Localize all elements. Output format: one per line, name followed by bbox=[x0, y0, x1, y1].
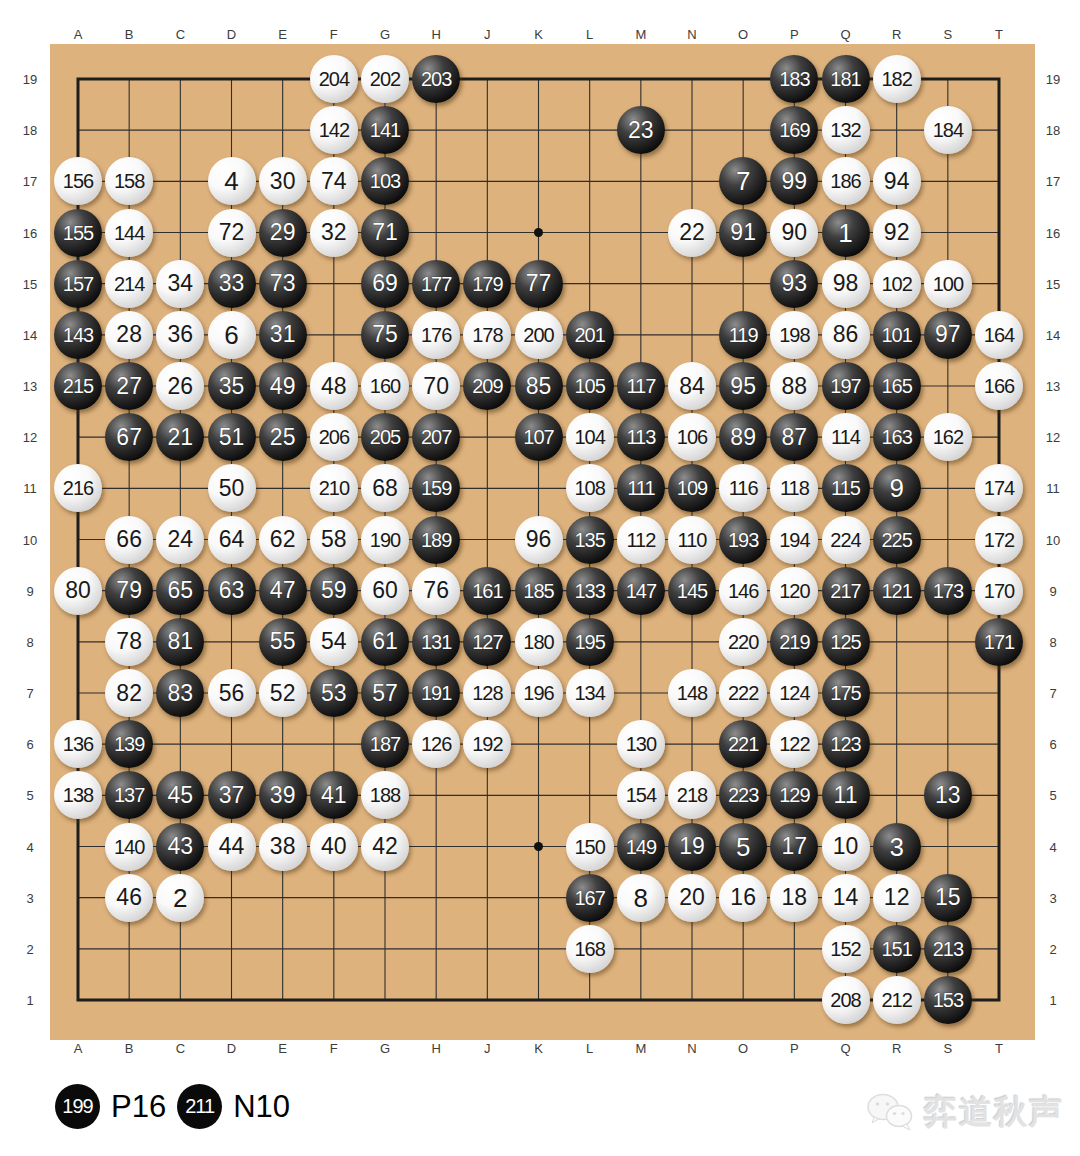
watermark: 弈道秋声 bbox=[864, 1090, 1064, 1135]
move-number: 154 bbox=[626, 785, 656, 805]
stone-L14: 201 bbox=[566, 311, 614, 359]
move-number: 110 bbox=[678, 530, 707, 550]
stone-S15: 100 bbox=[924, 260, 972, 308]
move-number: 67 bbox=[116, 426, 142, 449]
coord-bottom-H: H bbox=[431, 1041, 440, 1056]
stone-L7: 134 bbox=[566, 669, 614, 717]
move-number: 22 bbox=[679, 221, 705, 244]
stone-H19: 203 bbox=[412, 55, 460, 103]
move-number: 183 bbox=[779, 69, 809, 89]
move-number: 160 bbox=[370, 376, 400, 396]
move-number: 106 bbox=[677, 427, 707, 447]
stone-O10: 193 bbox=[719, 516, 767, 564]
coord-left-12: 12 bbox=[23, 430, 37, 445]
caption-stone-199: 199 bbox=[55, 1084, 100, 1129]
move-number: 20 bbox=[679, 886, 705, 909]
move-number: 137 bbox=[114, 785, 144, 805]
caption-point-label: P16 bbox=[111, 1089, 166, 1125]
stone-S14: 97 bbox=[924, 311, 972, 359]
stone-L9: 133 bbox=[566, 567, 614, 615]
stone-S2: 213 bbox=[924, 925, 972, 973]
coord-top-A: A bbox=[74, 27, 83, 42]
move-number: 31 bbox=[270, 323, 296, 346]
move-number: 169 bbox=[779, 120, 809, 140]
stone-Q10: 224 bbox=[822, 516, 870, 564]
stone-O14: 119 bbox=[719, 311, 767, 359]
coord-top-F: F bbox=[330, 27, 338, 42]
coord-top-C: C bbox=[176, 27, 185, 42]
coord-left-16: 16 bbox=[23, 225, 37, 240]
move-number: 30 bbox=[270, 170, 296, 193]
move-number: 45 bbox=[168, 784, 194, 807]
move-number: 38 bbox=[270, 835, 296, 858]
stone-Q19: 181 bbox=[822, 55, 870, 103]
stone-O13: 95 bbox=[719, 362, 767, 410]
stone-F11: 210 bbox=[310, 464, 358, 512]
move-number: 223 bbox=[728, 785, 758, 805]
stone-R12: 163 bbox=[873, 413, 921, 461]
stone-R11: 9 bbox=[873, 464, 921, 512]
move-number: 91 bbox=[730, 221, 756, 244]
move-number: 36 bbox=[168, 323, 194, 346]
move-number: 129 bbox=[779, 785, 809, 805]
stone-Q9: 217 bbox=[822, 567, 870, 615]
stone-E5: 39 bbox=[259, 771, 307, 819]
coord-right-1: 1 bbox=[1049, 993, 1056, 1008]
stone-F8: 54 bbox=[310, 618, 358, 666]
stone-B14: 28 bbox=[105, 311, 153, 359]
stone-L4: 150 bbox=[566, 823, 614, 871]
move-number: 206 bbox=[319, 427, 349, 447]
move-number: 25 bbox=[270, 426, 296, 449]
stone-G19: 202 bbox=[361, 55, 409, 103]
stone-E16: 29 bbox=[259, 209, 307, 257]
stone-R3: 12 bbox=[873, 874, 921, 922]
stone-T9: 170 bbox=[975, 567, 1023, 615]
stone-D5: 37 bbox=[208, 771, 256, 819]
move-number: 141 bbox=[370, 120, 400, 140]
move-number: 42 bbox=[372, 835, 398, 858]
move-number: 212 bbox=[881, 990, 911, 1010]
move-number: 107 bbox=[523, 427, 553, 447]
coord-bottom-K: K bbox=[534, 1041, 543, 1056]
coord-bottom-R: R bbox=[892, 1041, 901, 1056]
move-number: 204 bbox=[319, 69, 349, 89]
stone-J14: 178 bbox=[463, 311, 511, 359]
move-number: 56 bbox=[219, 682, 245, 705]
coord-left-17: 17 bbox=[23, 174, 37, 189]
move-number: 195 bbox=[574, 632, 604, 652]
stone-Q2: 152 bbox=[822, 925, 870, 973]
stone-Q16: 1 bbox=[822, 209, 870, 257]
stone-N10: 110 bbox=[668, 516, 716, 564]
coord-right-8: 8 bbox=[1049, 634, 1056, 649]
move-number: 222 bbox=[728, 683, 758, 703]
move-number: 10 bbox=[833, 835, 859, 858]
coord-bottom-E: E bbox=[278, 1041, 287, 1056]
stone-H13: 70 bbox=[412, 362, 460, 410]
move-number: 189 bbox=[421, 530, 451, 550]
move-number: 148 bbox=[677, 683, 707, 703]
stone-F13: 48 bbox=[310, 362, 358, 410]
coord-bottom-B: B bbox=[125, 1041, 134, 1056]
stone-M6: 130 bbox=[617, 720, 665, 768]
stone-G10: 190 bbox=[361, 516, 409, 564]
move-number: 73 bbox=[270, 272, 296, 295]
move-number: 63 bbox=[219, 579, 245, 602]
move-number: 26 bbox=[168, 375, 194, 398]
stone-D9: 63 bbox=[208, 567, 256, 615]
coord-bottom-D: D bbox=[227, 1041, 236, 1056]
stone-E9: 47 bbox=[259, 567, 307, 615]
stone-B7: 82 bbox=[105, 669, 153, 717]
stone-P7: 124 bbox=[770, 669, 818, 717]
move-number: 33 bbox=[219, 272, 245, 295]
stone-J13: 209 bbox=[463, 362, 511, 410]
caption-point-label: N10 bbox=[233, 1089, 290, 1125]
stone-H7: 191 bbox=[412, 669, 460, 717]
move-number: 170 bbox=[984, 581, 1014, 601]
stone-E15: 73 bbox=[259, 260, 307, 308]
move-number: 65 bbox=[168, 579, 194, 602]
stone-J9: 161 bbox=[463, 567, 511, 615]
stone-Q12: 114 bbox=[822, 413, 870, 461]
stone-C3: 2 bbox=[156, 874, 204, 922]
coord-left-10: 10 bbox=[23, 532, 37, 547]
stone-Q15: 98 bbox=[822, 260, 870, 308]
move-number: 187 bbox=[370, 734, 400, 754]
stone-D13: 35 bbox=[208, 362, 256, 410]
coord-left-7: 7 bbox=[26, 686, 33, 701]
move-number: 114 bbox=[831, 427, 860, 447]
stone-S5: 13 bbox=[924, 771, 972, 819]
coord-bottom-J: J bbox=[484, 1041, 491, 1056]
stone-Q13: 197 bbox=[822, 362, 870, 410]
move-number: 83 bbox=[168, 682, 194, 705]
move-number: 133 bbox=[574, 581, 604, 601]
coord-top-P: P bbox=[790, 27, 799, 42]
move-number: 180 bbox=[523, 632, 553, 652]
stone-F4: 40 bbox=[310, 823, 358, 871]
stone-L3: 167 bbox=[566, 874, 614, 922]
coord-left-14: 14 bbox=[23, 327, 37, 342]
stone-O6: 221 bbox=[719, 720, 767, 768]
stone-Q4: 10 bbox=[822, 823, 870, 871]
move-number: 136 bbox=[63, 734, 93, 754]
stone-B8: 78 bbox=[105, 618, 153, 666]
stone-D7: 56 bbox=[208, 669, 256, 717]
move-number: 128 bbox=[472, 683, 502, 703]
stone-O8: 220 bbox=[719, 618, 767, 666]
coord-bottom-T: T bbox=[995, 1041, 1003, 1056]
stone-S1: 153 bbox=[924, 976, 972, 1024]
coord-left-1: 1 bbox=[26, 993, 33, 1008]
stone-P4: 17 bbox=[770, 823, 818, 871]
move-number: 209 bbox=[472, 376, 502, 396]
stone-Q1: 208 bbox=[822, 976, 870, 1024]
move-number: 138 bbox=[63, 785, 93, 805]
move-number: 213 bbox=[933, 939, 963, 959]
stone-E12: 25 bbox=[259, 413, 307, 461]
stone-D17: 4 bbox=[208, 157, 256, 205]
coord-top-T: T bbox=[995, 27, 1003, 42]
move-number: 177 bbox=[421, 274, 451, 294]
move-number: 159 bbox=[421, 478, 451, 498]
stone-E10: 62 bbox=[259, 516, 307, 564]
coord-bottom-F: F bbox=[330, 1041, 338, 1056]
move-number: 61 bbox=[372, 630, 398, 653]
coord-bottom-M: M bbox=[635, 1041, 646, 1056]
coord-top-N: N bbox=[687, 27, 696, 42]
coord-right-13: 13 bbox=[1046, 379, 1060, 394]
coord-left-13: 13 bbox=[23, 379, 37, 394]
stone-A16: 155 bbox=[54, 209, 102, 257]
move-number: 43 bbox=[168, 835, 194, 858]
move-number: 69 bbox=[372, 272, 398, 295]
coord-top-H: H bbox=[431, 27, 440, 42]
move-number: 162 bbox=[933, 427, 963, 447]
coord-top-B: B bbox=[125, 27, 134, 42]
move-number: 224 bbox=[830, 530, 860, 550]
move-number: 76 bbox=[423, 579, 449, 602]
move-number: 1 bbox=[838, 220, 852, 246]
stone-N16: 22 bbox=[668, 209, 716, 257]
stone-C14: 36 bbox=[156, 311, 204, 359]
caption-stone-211: 211 bbox=[177, 1084, 222, 1129]
move-number: 19 bbox=[679, 835, 705, 858]
stone-S3: 15 bbox=[924, 874, 972, 922]
stone-A11: 216 bbox=[54, 464, 102, 512]
stone-O4: 5 bbox=[719, 823, 767, 871]
coord-left-19: 19 bbox=[23, 72, 37, 87]
coord-top-R: R bbox=[892, 27, 901, 42]
move-number: 163 bbox=[881, 427, 911, 447]
move-number: 146 bbox=[728, 581, 758, 601]
stone-D12: 51 bbox=[208, 413, 256, 461]
move-number: 47 bbox=[270, 579, 296, 602]
coord-top-L: L bbox=[586, 27, 593, 42]
move-number: 86 bbox=[833, 323, 859, 346]
stone-S9: 173 bbox=[924, 567, 972, 615]
move-number: 85 bbox=[526, 375, 552, 398]
move-number: 192 bbox=[472, 734, 502, 754]
move-number: 98 bbox=[833, 272, 859, 295]
stone-K13: 85 bbox=[515, 362, 563, 410]
stone-J8: 127 bbox=[463, 618, 511, 666]
stone-T11: 174 bbox=[975, 464, 1023, 512]
stone-P3: 18 bbox=[770, 874, 818, 922]
move-number: 121 bbox=[881, 581, 911, 601]
move-number: 97 bbox=[935, 323, 961, 346]
stone-A6: 136 bbox=[54, 720, 102, 768]
stone-Q17: 186 bbox=[822, 157, 870, 205]
stone-N4: 19 bbox=[668, 823, 716, 871]
move-number: 117 bbox=[626, 376, 655, 396]
stone-B15: 214 bbox=[105, 260, 153, 308]
coord-top-K: K bbox=[534, 27, 543, 42]
move-number: 39 bbox=[270, 784, 296, 807]
caption-move-number: 211 bbox=[185, 1095, 214, 1118]
move-number: 221 bbox=[728, 734, 758, 754]
stone-R15: 102 bbox=[873, 260, 921, 308]
stone-F19: 204 bbox=[310, 55, 358, 103]
move-number: 74 bbox=[321, 170, 347, 193]
move-number: 135 bbox=[574, 530, 604, 550]
move-number: 12 bbox=[884, 886, 910, 909]
move-number: 218 bbox=[677, 785, 707, 805]
move-number: 173 bbox=[933, 581, 963, 601]
stone-L2: 168 bbox=[566, 925, 614, 973]
move-number: 4 bbox=[224, 168, 238, 194]
move-number: 44 bbox=[219, 835, 245, 858]
coord-top-O: O bbox=[738, 27, 748, 42]
stone-R1: 212 bbox=[873, 976, 921, 1024]
move-number: 198 bbox=[779, 325, 809, 345]
stone-A13: 215 bbox=[54, 362, 102, 410]
stone-B3: 46 bbox=[105, 874, 153, 922]
move-number: 55 bbox=[270, 630, 296, 653]
move-number: 78 bbox=[116, 630, 142, 653]
move-number: 215 bbox=[63, 376, 93, 396]
move-number: 34 bbox=[168, 272, 194, 295]
move-number: 111 bbox=[627, 478, 654, 498]
move-number: 24 bbox=[168, 528, 194, 551]
move-number: 145 bbox=[677, 581, 707, 601]
move-number: 119 bbox=[729, 325, 758, 345]
move-number: 21 bbox=[168, 426, 194, 449]
move-number: 103 bbox=[370, 171, 400, 191]
stone-S18: 184 bbox=[924, 106, 972, 154]
move-number: 158 bbox=[114, 171, 144, 191]
move-number: 149 bbox=[626, 837, 656, 857]
move-number: 59 bbox=[321, 579, 347, 602]
stone-G16: 71 bbox=[361, 209, 409, 257]
move-number: 118 bbox=[780, 478, 809, 498]
stone-Q8: 125 bbox=[822, 618, 870, 666]
stone-Q7: 175 bbox=[822, 669, 870, 717]
move-number: 68 bbox=[372, 477, 398, 500]
coord-right-15: 15 bbox=[1046, 276, 1060, 291]
move-number: 166 bbox=[984, 376, 1014, 396]
move-number: 108 bbox=[574, 478, 604, 498]
move-number: 176 bbox=[421, 325, 451, 345]
stone-L8: 195 bbox=[566, 618, 614, 666]
stone-O12: 89 bbox=[719, 413, 767, 461]
stone-M3: 8 bbox=[617, 874, 665, 922]
coord-top-D: D bbox=[227, 27, 236, 42]
move-number: 172 bbox=[984, 530, 1014, 550]
stone-G14: 75 bbox=[361, 311, 409, 359]
stone-D11: 50 bbox=[208, 464, 256, 512]
move-number: 51 bbox=[219, 426, 245, 449]
coord-left-3: 3 bbox=[26, 890, 33, 905]
move-number: 174 bbox=[984, 478, 1014, 498]
move-number: 188 bbox=[370, 785, 400, 805]
stone-K12: 107 bbox=[515, 413, 563, 461]
move-number: 202 bbox=[370, 69, 400, 89]
stone-R10: 225 bbox=[873, 516, 921, 564]
stone-C15: 34 bbox=[156, 260, 204, 308]
stone-D4: 44 bbox=[208, 823, 256, 871]
stone-F9: 59 bbox=[310, 567, 358, 615]
stone-B16: 144 bbox=[105, 209, 153, 257]
coord-left-2: 2 bbox=[26, 941, 33, 956]
move-number: 200 bbox=[523, 325, 553, 345]
move-number: 2 bbox=[173, 885, 187, 911]
move-number: 72 bbox=[219, 221, 245, 244]
stone-H6: 126 bbox=[412, 720, 460, 768]
stone-Q18: 132 bbox=[822, 106, 870, 154]
stone-F16: 32 bbox=[310, 209, 358, 257]
move-number: 62 bbox=[270, 528, 296, 551]
move-number: 116 bbox=[729, 478, 758, 498]
move-number: 52 bbox=[270, 682, 296, 705]
stone-C4: 43 bbox=[156, 823, 204, 871]
move-number: 40 bbox=[321, 835, 347, 858]
kifu-page: 2042022031831811821421412316913218415615… bbox=[0, 0, 1080, 1156]
move-number: 71 bbox=[372, 221, 398, 244]
stone-E17: 30 bbox=[259, 157, 307, 205]
move-number: 32 bbox=[321, 221, 347, 244]
stone-N13: 84 bbox=[668, 362, 716, 410]
stone-G11: 68 bbox=[361, 464, 409, 512]
coord-right-14: 14 bbox=[1046, 327, 1060, 342]
move-number: 168 bbox=[574, 939, 604, 959]
coord-right-7: 7 bbox=[1049, 686, 1056, 701]
move-number: 132 bbox=[830, 120, 860, 140]
move-number: 75 bbox=[372, 323, 398, 346]
move-number: 120 bbox=[779, 581, 809, 601]
coord-bottom-L: L bbox=[586, 1041, 593, 1056]
move-number: 150 bbox=[574, 837, 604, 857]
move-number: 9 bbox=[889, 475, 903, 501]
move-number: 153 bbox=[933, 990, 963, 1010]
wechat-icon bbox=[864, 1092, 916, 1134]
stone-T8: 171 bbox=[975, 618, 1023, 666]
stone-C8: 81 bbox=[156, 618, 204, 666]
stone-P9: 120 bbox=[770, 567, 818, 615]
move-number: 201 bbox=[574, 325, 604, 345]
coord-right-10: 10 bbox=[1046, 532, 1060, 547]
stone-C10: 24 bbox=[156, 516, 204, 564]
coord-right-16: 16 bbox=[1046, 225, 1060, 240]
stone-K9: 185 bbox=[515, 567, 563, 615]
coord-left-18: 18 bbox=[23, 123, 37, 138]
coord-left-4: 4 bbox=[26, 839, 33, 854]
move-number: 27 bbox=[116, 375, 142, 398]
stone-H8: 131 bbox=[412, 618, 460, 666]
stone-R17: 94 bbox=[873, 157, 921, 205]
move-number: 142 bbox=[319, 120, 349, 140]
move-number: 54 bbox=[321, 630, 347, 653]
stone-A9: 80 bbox=[54, 567, 102, 615]
move-number: 219 bbox=[779, 632, 809, 652]
stone-E4: 38 bbox=[259, 823, 307, 871]
move-number: 220 bbox=[728, 632, 758, 652]
stone-M12: 113 bbox=[617, 413, 665, 461]
move-number: 64 bbox=[219, 528, 245, 551]
stone-D16: 72 bbox=[208, 209, 256, 257]
stone-M4: 149 bbox=[617, 823, 665, 871]
stone-P10: 194 bbox=[770, 516, 818, 564]
stone-T14: 164 bbox=[975, 311, 1023, 359]
stone-D14: 6 bbox=[208, 311, 256, 359]
coord-right-17: 17 bbox=[1046, 174, 1060, 189]
stone-O7: 222 bbox=[719, 669, 767, 717]
coord-right-11: 11 bbox=[1046, 481, 1060, 496]
stone-B10: 66 bbox=[105, 516, 153, 564]
stone-R4: 3 bbox=[873, 823, 921, 871]
